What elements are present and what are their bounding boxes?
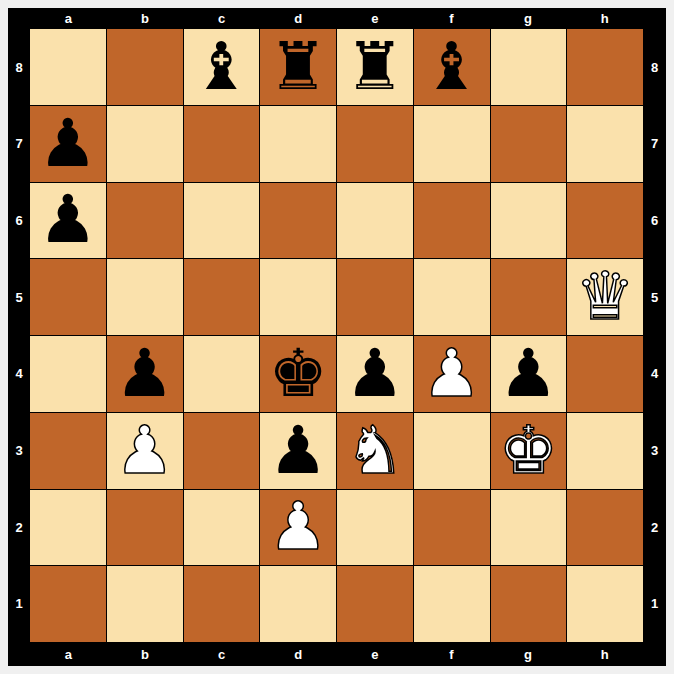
square-e5[interactable] — [337, 259, 413, 335]
rank-labels-right: 8 7 6 5 4 3 2 1 — [643, 29, 666, 642]
piece-white-queen[interactable]: ♛ — [576, 264, 635, 330]
piece-black-king[interactable]: ♚ — [269, 341, 328, 407]
rank-label-right-4: 4 — [643, 336, 666, 413]
square-g8[interactable] — [491, 29, 567, 105]
square-e6[interactable] — [337, 183, 413, 259]
square-a4[interactable] — [30, 336, 106, 412]
file-label-top-d: d — [260, 8, 337, 29]
piece-black-rook[interactable]: ♜ — [269, 34, 328, 100]
square-b2[interactable] — [107, 490, 183, 566]
square-h2[interactable] — [567, 490, 643, 566]
square-c8[interactable]: ♝ — [184, 29, 260, 105]
square-c7[interactable] — [184, 106, 260, 182]
rank-label-right-7: 7 — [643, 106, 666, 183]
square-h8[interactable] — [567, 29, 643, 105]
rank-label-left-1: 1 — [8, 565, 30, 642]
square-b4[interactable]: ♟ — [107, 336, 183, 412]
file-label-bottom-b: b — [107, 642, 184, 666]
square-a7[interactable]: ♟ — [30, 106, 106, 182]
square-f2[interactable] — [414, 490, 490, 566]
rank-label-left-8: 8 — [8, 29, 30, 106]
file-label-top-h: h — [566, 8, 643, 29]
piece-black-rook[interactable]: ♜ — [345, 34, 404, 100]
file-labels-bottom: a b c d e f g h — [30, 642, 643, 666]
square-d1[interactable] — [260, 566, 336, 642]
piece-black-pawn[interactable]: ♟ — [269, 418, 328, 484]
rank-label-right-6: 6 — [643, 182, 666, 259]
square-c4[interactable] — [184, 336, 260, 412]
square-h6[interactable] — [567, 183, 643, 259]
square-e3[interactable]: ♞ — [337, 413, 413, 489]
file-label-top-c: c — [183, 8, 260, 29]
file-label-bottom-h: h — [566, 642, 643, 666]
square-d2[interactable]: ♟ — [260, 490, 336, 566]
board-frame: a b c d e f g h 8 7 6 5 4 3 2 1 8 7 6 5 … — [8, 8, 666, 666]
square-b6[interactable] — [107, 183, 183, 259]
file-label-top-f: f — [413, 8, 490, 29]
square-d8[interactable]: ♜ — [260, 29, 336, 105]
square-a6[interactable]: ♟ — [30, 183, 106, 259]
square-d5[interactable] — [260, 259, 336, 335]
square-f6[interactable] — [414, 183, 490, 259]
square-b1[interactable] — [107, 566, 183, 642]
file-label-bottom-e: e — [337, 642, 414, 666]
square-a1[interactable] — [30, 566, 106, 642]
square-h4[interactable] — [567, 336, 643, 412]
rank-label-right-3: 3 — [643, 412, 666, 489]
square-h1[interactable] — [567, 566, 643, 642]
square-d6[interactable] — [260, 183, 336, 259]
square-b8[interactable] — [107, 29, 183, 105]
square-e1[interactable] — [337, 566, 413, 642]
piece-black-pawn[interactable]: ♟ — [38, 111, 97, 177]
square-e4[interactable]: ♟ — [337, 336, 413, 412]
piece-black-pawn[interactable]: ♟ — [38, 187, 97, 253]
rank-label-left-6: 6 — [8, 182, 30, 259]
rank-label-left-5: 5 — [8, 259, 30, 336]
square-f3[interactable] — [414, 413, 490, 489]
square-a2[interactable] — [30, 490, 106, 566]
square-f1[interactable] — [414, 566, 490, 642]
piece-black-pawn[interactable]: ♟ — [499, 341, 558, 407]
square-b7[interactable] — [107, 106, 183, 182]
square-c6[interactable] — [184, 183, 260, 259]
piece-white-pawn[interactable]: ♟ — [269, 494, 328, 560]
square-d3[interactable]: ♟ — [260, 413, 336, 489]
piece-black-pawn[interactable]: ♟ — [345, 341, 404, 407]
square-g2[interactable] — [491, 490, 567, 566]
square-g1[interactable] — [491, 566, 567, 642]
piece-white-king[interactable]: ♚ — [499, 418, 558, 484]
rank-label-left-4: 4 — [8, 336, 30, 413]
square-b5[interactable] — [107, 259, 183, 335]
chess-board: ♝♜♜♝♟♟♛♟♚♟♟♟♟♟♞♚♟ — [30, 29, 643, 642]
file-label-bottom-f: f — [413, 642, 490, 666]
square-f5[interactable] — [414, 259, 490, 335]
square-c3[interactable] — [184, 413, 260, 489]
square-a8[interactable] — [30, 29, 106, 105]
square-g4[interactable]: ♟ — [491, 336, 567, 412]
square-a3[interactable] — [30, 413, 106, 489]
file-label-top-g: g — [490, 8, 567, 29]
square-h3[interactable] — [567, 413, 643, 489]
file-labels-top: a b c d e f g h — [30, 8, 643, 29]
piece-white-knight[interactable]: ♞ — [345, 418, 404, 484]
rank-labels-left: 8 7 6 5 4 3 2 1 — [8, 29, 30, 642]
square-f8[interactable]: ♝ — [414, 29, 490, 105]
square-c5[interactable] — [184, 259, 260, 335]
file-label-top-e: e — [337, 8, 414, 29]
rank-label-right-2: 2 — [643, 489, 666, 566]
piece-black-bishop[interactable]: ♝ — [422, 34, 481, 100]
rank-label-right-8: 8 — [643, 29, 666, 106]
file-label-bottom-d: d — [260, 642, 337, 666]
square-e7[interactable] — [337, 106, 413, 182]
square-g7[interactable] — [491, 106, 567, 182]
file-label-top-a: a — [30, 8, 107, 29]
file-label-bottom-g: g — [490, 642, 567, 666]
square-d7[interactable] — [260, 106, 336, 182]
piece-white-pawn[interactable]: ♟ — [115, 418, 174, 484]
square-e8[interactable]: ♜ — [337, 29, 413, 105]
square-f4[interactable]: ♟ — [414, 336, 490, 412]
piece-black-bishop[interactable]: ♝ — [192, 34, 251, 100]
file-label-bottom-a: a — [30, 642, 107, 666]
square-c1[interactable] — [184, 566, 260, 642]
square-e2[interactable] — [337, 490, 413, 566]
square-g5[interactable] — [491, 259, 567, 335]
rank-label-left-2: 2 — [8, 489, 30, 566]
square-d4[interactable]: ♚ — [260, 336, 336, 412]
square-h5[interactable]: ♛ — [567, 259, 643, 335]
square-b3[interactable]: ♟ — [107, 413, 183, 489]
piece-black-pawn[interactable]: ♟ — [115, 341, 174, 407]
rank-label-right-1: 1 — [643, 565, 666, 642]
square-g3[interactable]: ♚ — [491, 413, 567, 489]
rank-label-left-3: 3 — [8, 412, 30, 489]
file-label-top-b: b — [107, 8, 184, 29]
square-a5[interactable] — [30, 259, 106, 335]
square-h7[interactable] — [567, 106, 643, 182]
file-label-bottom-c: c — [183, 642, 260, 666]
rank-label-left-7: 7 — [8, 106, 30, 183]
square-g6[interactable] — [491, 183, 567, 259]
square-f7[interactable] — [414, 106, 490, 182]
square-c2[interactable] — [184, 490, 260, 566]
rank-label-right-5: 5 — [643, 259, 666, 336]
piece-white-pawn[interactable]: ♟ — [422, 341, 481, 407]
